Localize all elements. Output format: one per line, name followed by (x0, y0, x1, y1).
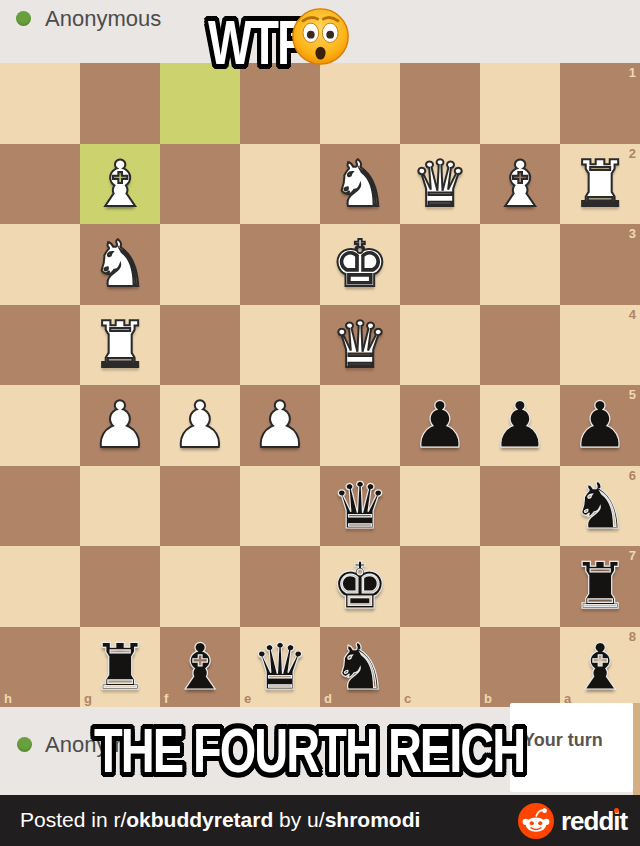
square-b1[interactable] (480, 63, 560, 144)
square-e8[interactable]: e♛ (240, 627, 320, 708)
white-queen-c2[interactable]: ♛ (400, 144, 480, 225)
square-e5[interactable]: ♟ (240, 385, 320, 466)
white-queen-d4[interactable]: ♛ (320, 305, 400, 386)
square-g8[interactable]: g♜ (80, 627, 160, 708)
footer-bar: Posted in r/okbuddyretard by u/shromodi … (0, 795, 640, 846)
black-queen-e8[interactable]: ♛ (240, 627, 320, 708)
square-c5[interactable]: ♟ (400, 385, 480, 466)
square-d4[interactable]: ♛ (320, 305, 400, 386)
square-f5[interactable]: ♟ (160, 385, 240, 466)
online-status-icon (16, 11, 31, 26)
white-pawn-g5[interactable]: ♟ (80, 385, 160, 466)
square-c6[interactable] (400, 466, 480, 547)
white-knight-g3[interactable]: ♞ (80, 224, 160, 305)
square-g2[interactable]: ♝ (80, 144, 160, 225)
reddit-i-dot (614, 808, 619, 813)
square-h6[interactable] (0, 466, 80, 547)
black-knight-a6[interactable]: ♞ (560, 466, 640, 547)
white-king-d3[interactable]: ♚ (320, 224, 400, 305)
square-c1[interactable] (400, 63, 480, 144)
square-b6[interactable] (480, 466, 560, 547)
black-bishop-f8[interactable]: ♝ (160, 627, 240, 708)
square-h2[interactable] (0, 144, 80, 225)
square-c8[interactable]: c (400, 627, 480, 708)
online-status-icon (17, 737, 32, 752)
subreddit-name[interactable]: okbuddyretard (126, 808, 273, 831)
square-b2[interactable]: ♝ (480, 144, 560, 225)
square-g1[interactable] (80, 63, 160, 144)
square-c4[interactable] (400, 305, 480, 386)
square-b5[interactable]: ♟ (480, 385, 560, 466)
chess-board[interactable]: 1♝♞♛♝2♜♞♚3♜♛4♟♟♟♟♟5♟♛6♞♚7♜hg♜f♝e♛d♞cb8a♝ (0, 63, 640, 707)
shocked-emoji-icon (291, 7, 350, 66)
black-pawn-a5[interactable]: ♟ (560, 385, 640, 466)
square-g5[interactable]: ♟ (80, 385, 160, 466)
meme-text-bottom: THE FOURTH REICH (94, 714, 524, 787)
posted-by: by u/ (273, 808, 324, 831)
posted-prefix: Posted in r/ (20, 808, 126, 831)
black-pawn-c5[interactable]: ♟ (400, 385, 480, 466)
white-rook-g4[interactable]: ♜ (80, 305, 160, 386)
square-h7[interactable] (0, 546, 80, 627)
black-king-d7[interactable]: ♚ (320, 546, 400, 627)
square-a3[interactable]: 3 (560, 224, 640, 305)
top-player-name: Anonymous (45, 6, 161, 32)
square-c2[interactable]: ♛ (400, 144, 480, 225)
rank-label-1: 1 (629, 66, 636, 79)
square-g6[interactable] (80, 466, 160, 547)
square-d8[interactable]: d♞ (320, 627, 400, 708)
square-h1[interactable] (0, 63, 80, 144)
square-f8[interactable]: f♝ (160, 627, 240, 708)
black-rook-a7[interactable]: ♜ (560, 546, 640, 627)
square-f7[interactable] (160, 546, 240, 627)
square-b7[interactable] (480, 546, 560, 627)
square-e4[interactable] (240, 305, 320, 386)
white-knight-d2[interactable]: ♞ (320, 144, 400, 225)
square-h4[interactable] (0, 305, 80, 386)
black-bishop-a8[interactable]: ♝ (560, 627, 640, 708)
black-queen-d6[interactable]: ♛ (320, 466, 400, 547)
square-h8[interactable]: h (0, 627, 80, 708)
square-g3[interactable]: ♞ (80, 224, 160, 305)
square-a7[interactable]: 7♜ (560, 546, 640, 627)
square-e2[interactable] (240, 144, 320, 225)
file-label-b: b (484, 692, 492, 705)
square-c7[interactable] (400, 546, 480, 627)
square-a2[interactable]: 2♜ (560, 144, 640, 225)
square-h5[interactable] (0, 385, 80, 466)
white-pawn-f5[interactable]: ♟ (160, 385, 240, 466)
rank-label-4: 4 (629, 308, 636, 321)
square-b8[interactable]: b (480, 627, 560, 708)
square-a6[interactable]: 6♞ (560, 466, 640, 547)
reddit-logo-icon (518, 803, 554, 839)
posted-line: Posted in r/okbuddyretard by u/shromodi (20, 808, 420, 832)
square-d3[interactable]: ♚ (320, 224, 400, 305)
square-g7[interactable] (80, 546, 160, 627)
turn-indicator-label: Your turn (523, 730, 603, 751)
square-d6[interactable]: ♛ (320, 466, 400, 547)
square-e3[interactable] (240, 224, 320, 305)
white-rook-a2[interactable]: ♜ (560, 144, 640, 225)
square-d2[interactable]: ♞ (320, 144, 400, 225)
turn-indicator-panel: Your turn (510, 703, 633, 792)
square-a5[interactable]: 5♟ (560, 385, 640, 466)
right-edge-strip (633, 703, 640, 795)
square-f4[interactable] (160, 305, 240, 386)
reddit-wordmark: reddit (561, 806, 627, 837)
square-f3[interactable] (160, 224, 240, 305)
reddit-brand: reddit (518, 802, 627, 840)
white-bishop-g2[interactable]: ♝ (80, 144, 160, 225)
black-pawn-b5[interactable]: ♟ (480, 385, 560, 466)
square-e7[interactable] (240, 546, 320, 627)
square-f2[interactable] (160, 144, 240, 225)
square-h3[interactable] (0, 224, 80, 305)
black-rook-g8[interactable]: ♜ (80, 627, 160, 708)
square-d1[interactable] (320, 63, 400, 144)
square-d7[interactable]: ♚ (320, 546, 400, 627)
square-a8[interactable]: 8a♝ (560, 627, 640, 708)
black-knight-d8[interactable]: ♞ (320, 627, 400, 708)
meme-text-top: WTF (208, 6, 304, 79)
square-d5[interactable] (320, 385, 400, 466)
file-label-h: h (4, 692, 12, 705)
author-name[interactable]: shromodi (325, 808, 421, 831)
square-b4[interactable] (480, 305, 560, 386)
white-bishop-b2[interactable]: ♝ (480, 144, 560, 225)
square-g4[interactable]: ♜ (80, 305, 160, 386)
square-a4[interactable]: 4 (560, 305, 640, 386)
file-label-c: c (404, 692, 411, 705)
square-e6[interactable] (240, 466, 320, 547)
square-c3[interactable] (400, 224, 480, 305)
square-f6[interactable] (160, 466, 240, 547)
rank-label-3: 3 (629, 227, 636, 240)
square-a1[interactable]: 1 (560, 63, 640, 144)
square-b3[interactable] (480, 224, 560, 305)
white-pawn-e5[interactable]: ♟ (240, 385, 320, 466)
